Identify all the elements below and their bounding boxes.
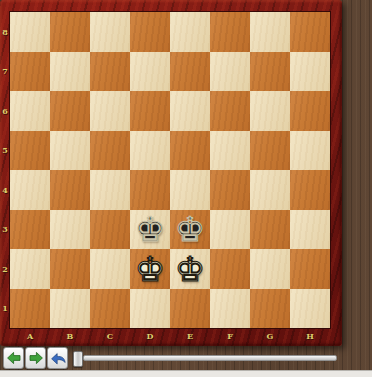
move-slider-track[interactable] xyxy=(83,355,337,361)
back-button[interactable] xyxy=(3,347,24,369)
rank-label-8: 8 xyxy=(0,12,10,52)
rank-label-2: 2 xyxy=(0,249,10,289)
file-label-e: E xyxy=(170,329,210,342)
square-b7[interactable] xyxy=(50,52,90,92)
file-label-c: C xyxy=(90,329,130,342)
square-e3[interactable]: ♚ xyxy=(170,210,210,250)
square-e7[interactable] xyxy=(170,52,210,92)
square-f3[interactable] xyxy=(210,210,250,250)
rank-label-7: 7 xyxy=(0,52,10,92)
move-toolbar xyxy=(0,347,372,370)
chess-app-window: 87654321 ABCDEFGH ♚♚♚♚ xyxy=(0,0,372,377)
square-b1[interactable] xyxy=(50,289,90,329)
square-d1[interactable] xyxy=(130,289,170,329)
square-d6[interactable] xyxy=(130,91,170,131)
square-c7[interactable] xyxy=(90,52,130,92)
square-b8[interactable] xyxy=(50,12,90,52)
square-f7[interactable] xyxy=(210,52,250,92)
square-h3[interactable] xyxy=(290,210,330,250)
rank-label-3: 3 xyxy=(0,210,10,250)
square-d4[interactable] xyxy=(130,170,170,210)
square-e8[interactable] xyxy=(170,12,210,52)
board-frame: 87654321 ABCDEFGH ♚♚♚♚ xyxy=(0,0,342,346)
rank-label-6: 6 xyxy=(0,91,10,131)
square-a1[interactable] xyxy=(10,289,50,329)
undo-curved-arrow-icon xyxy=(50,350,66,366)
piece-white-king-d2[interactable]: ♚ xyxy=(130,249,170,289)
window-bottom-edge xyxy=(0,370,372,377)
square-c8[interactable] xyxy=(90,12,130,52)
square-f5[interactable] xyxy=(210,131,250,171)
square-c3[interactable] xyxy=(90,210,130,250)
file-labels: ABCDEFGH xyxy=(10,329,330,342)
square-a8[interactable] xyxy=(10,12,50,52)
square-g6[interactable] xyxy=(250,91,290,131)
forward-button[interactable] xyxy=(25,347,46,369)
right-arrow-icon xyxy=(28,350,44,366)
square-a7[interactable] xyxy=(10,52,50,92)
file-label-g: G xyxy=(250,329,290,342)
square-a2[interactable] xyxy=(10,249,50,289)
square-a6[interactable] xyxy=(10,91,50,131)
rank-labels: 87654321 xyxy=(0,12,10,328)
square-f4[interactable] xyxy=(210,170,250,210)
square-h5[interactable] xyxy=(290,131,330,171)
square-a3[interactable] xyxy=(10,210,50,250)
file-label-d: D xyxy=(130,329,170,342)
square-e6[interactable] xyxy=(170,91,210,131)
rank-label-4: 4 xyxy=(0,170,10,210)
square-e4[interactable] xyxy=(170,170,210,210)
square-g8[interactable] xyxy=(250,12,290,52)
file-label-f: F xyxy=(210,329,250,342)
square-f2[interactable] xyxy=(210,249,250,289)
square-a5[interactable] xyxy=(10,131,50,171)
square-b6[interactable] xyxy=(50,91,90,131)
square-f1[interactable] xyxy=(210,289,250,329)
move-slider-handle[interactable] xyxy=(73,351,83,367)
square-d3[interactable]: ♚ xyxy=(130,210,170,250)
square-h7[interactable] xyxy=(290,52,330,92)
undo-button[interactable] xyxy=(47,347,68,369)
square-h8[interactable] xyxy=(290,12,330,52)
square-h2[interactable] xyxy=(290,249,330,289)
square-e1[interactable] xyxy=(170,289,210,329)
square-b2[interactable] xyxy=(50,249,90,289)
piece-white-king-e2[interactable]: ♚ xyxy=(170,249,210,289)
square-e2[interactable]: ♚ xyxy=(170,249,210,289)
square-b4[interactable] xyxy=(50,170,90,210)
square-c4[interactable] xyxy=(90,170,130,210)
square-f6[interactable] xyxy=(210,91,250,131)
square-d7[interactable] xyxy=(130,52,170,92)
rank-label-1: 1 xyxy=(0,289,10,329)
square-h1[interactable] xyxy=(290,289,330,329)
square-g5[interactable] xyxy=(250,131,290,171)
square-h4[interactable] xyxy=(290,170,330,210)
square-d8[interactable] xyxy=(130,12,170,52)
square-d5[interactable] xyxy=(130,131,170,171)
square-f8[interactable] xyxy=(210,12,250,52)
square-c5[interactable] xyxy=(90,131,130,171)
square-c1[interactable] xyxy=(90,289,130,329)
square-g7[interactable] xyxy=(250,52,290,92)
square-b5[interactable] xyxy=(50,131,90,171)
file-label-b: B xyxy=(50,329,90,342)
square-c6[interactable] xyxy=(90,91,130,131)
left-arrow-icon xyxy=(6,350,22,366)
square-g4[interactable] xyxy=(250,170,290,210)
piece-black-king-e3[interactable]: ♚ xyxy=(170,210,210,250)
piece-black-king-d3[interactable]: ♚ xyxy=(130,210,170,250)
file-label-a: A xyxy=(10,329,50,342)
square-e5[interactable] xyxy=(170,131,210,171)
square-c2[interactable] xyxy=(90,249,130,289)
square-g3[interactable] xyxy=(250,210,290,250)
square-h6[interactable] xyxy=(290,91,330,131)
square-d2[interactable]: ♚ xyxy=(130,249,170,289)
square-g1[interactable] xyxy=(250,289,290,329)
square-g2[interactable] xyxy=(250,249,290,289)
square-a4[interactable] xyxy=(10,170,50,210)
file-label-h: H xyxy=(290,329,330,342)
square-b3[interactable] xyxy=(50,210,90,250)
rank-label-5: 5 xyxy=(0,131,10,171)
board-squares: ♚♚♚♚ xyxy=(10,12,330,328)
